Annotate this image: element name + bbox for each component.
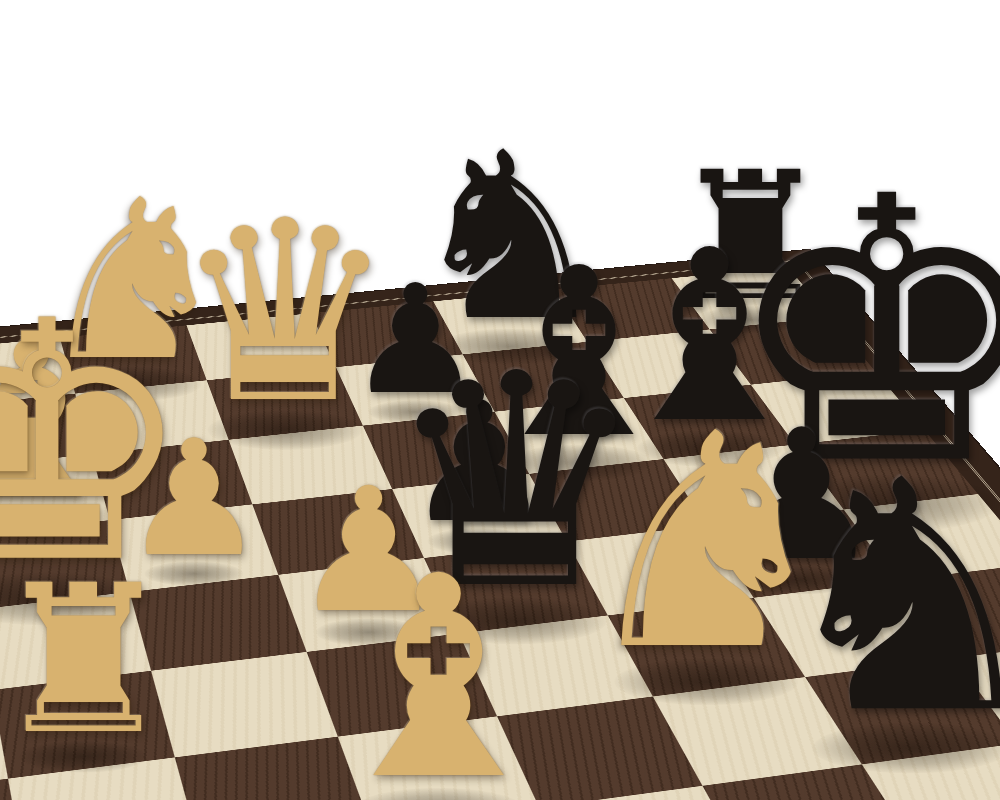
chess-photo-stage: ♜♞♞♟♛♝♝♝♚♟♟♚♟♛♟♞♜♞♝ [0, 0, 1000, 800]
chess-board [0, 249, 1000, 800]
board-squares [0, 267, 1000, 800]
